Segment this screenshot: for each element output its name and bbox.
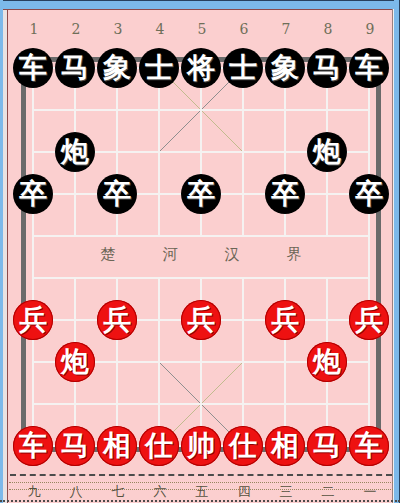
piece-red-马-f2r9[interactable]: 马 — [55, 426, 95, 466]
piece-red-兵-f1r6[interactable]: 兵 — [13, 300, 53, 340]
piece-red-相-f3r9[interactable]: 相 — [97, 426, 137, 466]
file-label-top-8: 8 — [307, 21, 349, 37]
piece-black-马-f2r0[interactable]: 马 — [55, 48, 95, 88]
inner-edge-right — [393, 9, 394, 503]
inner-edge-right-line — [392, 9, 393, 503]
inner-edge-left-line — [7, 9, 8, 503]
piece-black-卒-f9r3[interactable]: 卒 — [349, 174, 389, 214]
piece-red-炮-f8r7[interactable]: 炮 — [307, 342, 347, 382]
piece-red-马-f8r9[interactable]: 马 — [307, 426, 347, 466]
file-label-top-5: 5 — [181, 21, 223, 37]
piece-black-卒-f5r3[interactable]: 卒 — [181, 174, 221, 214]
piece-black-卒-f1r3[interactable]: 卒 — [13, 174, 53, 214]
piece-black-将-f5r0[interactable]: 将 — [181, 48, 221, 88]
river-char-1: 楚 — [101, 245, 116, 264]
piece-red-帅-f5r9[interactable]: 帅 — [181, 426, 221, 466]
river-char-3: 汉 — [225, 245, 240, 264]
file-label-top-2: 2 — [55, 21, 97, 37]
river-text: 楚河汉界 — [33, 245, 369, 264]
file-label-bottom-5: 五 — [181, 483, 223, 501]
file-label-bottom-4: 六 — [139, 483, 181, 501]
file-label-top-7: 7 — [265, 21, 307, 37]
piece-red-仕-f4r9[interactable]: 仕 — [139, 426, 179, 466]
window-border-right — [394, 0, 400, 503]
piece-black-卒-f3r3[interactable]: 卒 — [97, 174, 137, 214]
piece-red-兵-f3r6[interactable]: 兵 — [97, 300, 137, 340]
piece-black-象-f7r0[interactable]: 象 — [265, 48, 305, 88]
piece-black-马-f8r0[interactable]: 马 — [307, 48, 347, 88]
piece-black-卒-f7r3[interactable]: 卒 — [265, 174, 305, 214]
piece-red-车-f9r9[interactable]: 车 — [349, 426, 389, 466]
river-char-4: 界 — [287, 245, 302, 264]
file-label-top-9: 9 — [349, 21, 391, 37]
grid-line — [158, 67, 160, 237]
bottom-dashed-line — [10, 474, 392, 476]
file-label-top-6: 6 — [223, 21, 265, 37]
file-label-top-1: 1 — [13, 21, 55, 37]
file-label-bottom-1: 九 — [13, 483, 55, 501]
piece-black-士-f6r0[interactable]: 士 — [223, 48, 263, 88]
piece-black-炮-f8r2[interactable]: 炮 — [307, 132, 347, 172]
piece-black-象-f3r0[interactable]: 象 — [97, 48, 137, 88]
piece-red-兵-f5r6[interactable]: 兵 — [181, 300, 221, 340]
grid-line — [158, 277, 160, 447]
file-labels-bottom: 九八七六五四三二一 — [13, 483, 391, 501]
file-labels-top: 123456789 — [13, 21, 391, 37]
piece-black-炮-f2r2[interactable]: 炮 — [55, 132, 95, 172]
file-label-top-4: 4 — [139, 21, 181, 37]
file-label-bottom-6: 四 — [223, 483, 265, 501]
piece-red-兵-f9r6[interactable]: 兵 — [349, 300, 389, 340]
piece-red-炮-f2r7[interactable]: 炮 — [55, 342, 95, 382]
piece-red-兵-f7r6[interactable]: 兵 — [265, 300, 305, 340]
inner-edge-top — [3, 9, 394, 10]
xiangqi-window: 123456789 九八七六五四三二一 楚河汉界 车马象士将士象马车炮炮卒卒卒卒… — [0, 0, 400, 503]
file-label-bottom-3: 七 — [97, 483, 139, 501]
file-label-bottom-8: 二 — [307, 483, 349, 501]
piece-red-相-f7r9[interactable]: 相 — [265, 426, 305, 466]
river-char-2: 河 — [163, 245, 178, 264]
piece-black-车-f9r0[interactable]: 车 — [349, 48, 389, 88]
grid-line — [242, 277, 244, 447]
piece-red-车-f1r9[interactable]: 车 — [13, 426, 53, 466]
file-label-bottom-2: 八 — [55, 483, 97, 501]
file-label-bottom-7: 三 — [265, 483, 307, 501]
grid-line — [242, 67, 244, 237]
piece-red-仕-f6r9[interactable]: 仕 — [223, 426, 263, 466]
window-border-top — [0, 0, 400, 9]
piece-black-士-f4r0[interactable]: 士 — [139, 48, 179, 88]
file-label-bottom-9: 一 — [349, 483, 391, 501]
piece-black-车-f1r0[interactable]: 车 — [13, 48, 53, 88]
file-label-top-3: 3 — [97, 21, 139, 37]
